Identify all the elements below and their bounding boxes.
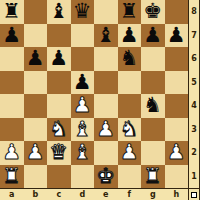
square-e3[interactable]: ♟ — [94, 118, 118, 142]
rank-label-7: 7 — [188, 24, 199, 48]
square-c5[interactable] — [47, 71, 71, 95]
piece-black-bishop-c8[interactable]: ♝ — [49, 0, 68, 23]
square-a6[interactable] — [0, 47, 24, 71]
piece-black-knight-g4[interactable]: ♞ — [143, 94, 162, 117]
square-a7[interactable]: ♟ — [0, 24, 24, 48]
file-label-f: f — [118, 188, 142, 200]
square-f4[interactable] — [118, 94, 142, 118]
square-b4[interactable] — [24, 94, 48, 118]
file-label-h: h — [165, 188, 189, 200]
piece-black-pawn-d5[interactable]: ♟ — [73, 71, 92, 94]
piece-white-king-e1[interactable]: ♚ — [96, 165, 115, 188]
square-d4[interactable]: ♟ — [71, 94, 95, 118]
square-h5[interactable] — [165, 71, 189, 95]
piece-black-pawn-c6[interactable]: ♟ — [49, 47, 68, 70]
square-b3[interactable] — [24, 118, 48, 142]
square-b7[interactable] — [24, 24, 48, 48]
piece-white-bishop-d3[interactable]: ♝ — [73, 118, 92, 141]
side-to-move-indicator — [191, 192, 197, 198]
rank-label-8: 8 — [188, 0, 199, 24]
square-d5[interactable]: ♟ — [71, 71, 95, 95]
file-label-g: g — [141, 188, 165, 200]
square-d7[interactable] — [71, 24, 95, 48]
square-g1[interactable]: ♜ — [141, 165, 165, 189]
square-e5[interactable] — [94, 71, 118, 95]
square-b5[interactable] — [24, 71, 48, 95]
square-d6[interactable] — [71, 47, 95, 71]
square-h2[interactable]: ♟ — [165, 141, 189, 165]
piece-white-pawn-f2[interactable]: ♟ — [120, 141, 139, 164]
square-f7[interactable]: ♟ — [118, 24, 142, 48]
square-a2[interactable]: ♟ — [0, 141, 24, 165]
file-label-b: b — [24, 188, 48, 200]
square-d2[interactable]: ♝ — [71, 141, 95, 165]
square-d8[interactable]: ♛ — [71, 0, 95, 24]
rank-label-5: 5 — [188, 71, 199, 95]
piece-white-knight-f3[interactable]: ♞ — [120, 118, 139, 141]
square-f1[interactable] — [118, 165, 142, 189]
chess-position-diagram: ♜♝♛♜♚8♟♝♟♟♟7♟♟♞6♟5♟♞4♞♝♟♞3♟♟♛♝♟♟2♜♚♜1abc… — [0, 0, 200, 200]
square-h1[interactable] — [165, 165, 189, 189]
piece-black-rook-f8[interactable]: ♜ — [120, 0, 139, 23]
square-a1[interactable]: ♜ — [0, 165, 24, 189]
square-c1[interactable] — [47, 165, 71, 189]
rank-label-1: 1 — [188, 165, 199, 189]
piece-black-pawn-g7[interactable]: ♟ — [143, 24, 162, 47]
square-g4[interactable]: ♞ — [141, 94, 165, 118]
file-label-a: a — [0, 188, 24, 200]
square-c8[interactable]: ♝ — [47, 0, 71, 24]
square-a3[interactable] — [0, 118, 24, 142]
square-d1[interactable] — [71, 165, 95, 189]
piece-black-queen-d8[interactable]: ♛ — [73, 0, 92, 23]
square-b6[interactable]: ♟ — [24, 47, 48, 71]
square-h8[interactable] — [165, 0, 189, 24]
square-f3[interactable]: ♞ — [118, 118, 142, 142]
square-g7[interactable]: ♟ — [141, 24, 165, 48]
square-e4[interactable] — [94, 94, 118, 118]
square-c4[interactable] — [47, 94, 71, 118]
square-f8[interactable]: ♜ — [118, 0, 142, 24]
piece-black-knight-f6[interactable]: ♞ — [120, 47, 139, 70]
square-e6[interactable] — [94, 47, 118, 71]
piece-white-pawn-b2[interactable]: ♟ — [26, 141, 45, 164]
square-h6[interactable] — [165, 47, 189, 71]
piece-black-pawn-h7[interactable]: ♟ — [167, 24, 186, 47]
piece-white-knight-c3[interactable]: ♞ — [49, 118, 68, 141]
square-g5[interactable] — [141, 71, 165, 95]
piece-white-queen-c2[interactable]: ♛ — [49, 141, 68, 164]
rank-label-4: 4 — [188, 94, 199, 118]
square-b8[interactable] — [24, 0, 48, 24]
piece-white-pawn-e3[interactable]: ♟ — [96, 118, 115, 141]
square-h4[interactable] — [165, 94, 189, 118]
square-g2[interactable] — [141, 141, 165, 165]
square-e8[interactable] — [94, 0, 118, 24]
piece-white-pawn-h2[interactable]: ♟ — [167, 141, 186, 164]
square-e1[interactable]: ♚ — [94, 165, 118, 189]
square-b2[interactable]: ♟ — [24, 141, 48, 165]
piece-white-rook-a1[interactable]: ♜ — [2, 165, 21, 188]
square-a5[interactable] — [0, 71, 24, 95]
rank-label-3: 3 — [188, 118, 199, 142]
file-label-c: c — [47, 188, 71, 200]
square-f5[interactable] — [118, 71, 142, 95]
square-c3[interactable]: ♞ — [47, 118, 71, 142]
file-label-d: d — [71, 188, 95, 200]
square-c2[interactable]: ♛ — [47, 141, 71, 165]
piece-white-pawn-a2[interactable]: ♟ — [2, 141, 21, 164]
square-f6[interactable]: ♞ — [118, 47, 142, 71]
rank-label-2: 2 — [188, 141, 199, 165]
square-c7[interactable] — [47, 24, 71, 48]
square-h3[interactable] — [165, 118, 189, 142]
square-g6[interactable] — [141, 47, 165, 71]
piece-black-rook-a8[interactable]: ♜ — [2, 0, 21, 23]
square-f2[interactable]: ♟ — [118, 141, 142, 165]
piece-black-pawn-b6[interactable]: ♟ — [26, 47, 45, 70]
square-c6[interactable]: ♟ — [47, 47, 71, 71]
file-label-e: e — [94, 188, 118, 200]
piece-black-king-g8[interactable]: ♚ — [143, 0, 162, 23]
square-e2[interactable] — [94, 141, 118, 165]
chess-board: ♜♝♛♜♚8♟♝♟♟♟7♟♟♞6♟5♟♞4♞♝♟♞3♟♟♛♝♟♟2♜♚♜1abc… — [0, 0, 199, 200]
piece-white-pawn-d4[interactable]: ♟ — [73, 94, 92, 117]
piece-white-rook-g1[interactable]: ♜ — [143, 165, 162, 188]
piece-white-bishop-d2[interactable]: ♝ — [73, 141, 92, 164]
piece-black-pawn-a7[interactable]: ♟ — [2, 24, 21, 47]
square-g8[interactable]: ♚ — [141, 0, 165, 24]
square-a4[interactable] — [0, 94, 24, 118]
piece-black-bishop-e7[interactable]: ♝ — [96, 24, 115, 47]
square-d3[interactable]: ♝ — [71, 118, 95, 142]
square-a8[interactable]: ♜ — [0, 0, 24, 24]
square-b1[interactable] — [24, 165, 48, 189]
rank-label-6: 6 — [188, 47, 199, 71]
square-h7[interactable]: ♟ — [165, 24, 189, 48]
board-corner — [188, 188, 199, 200]
square-g3[interactable] — [141, 118, 165, 142]
square-e7[interactable]: ♝ — [94, 24, 118, 48]
piece-black-pawn-f7[interactable]: ♟ — [120, 24, 139, 47]
